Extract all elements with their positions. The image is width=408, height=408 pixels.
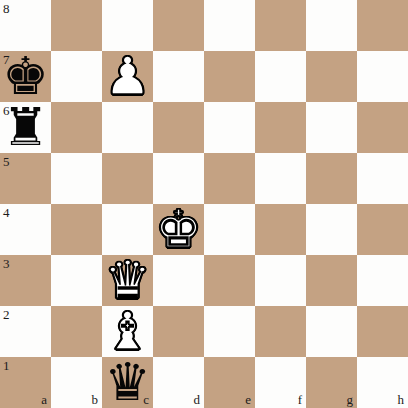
square-h2[interactable] [357,306,408,357]
square-h8[interactable] [357,0,408,51]
square-c4[interactable] [102,204,153,255]
square-d8[interactable] [153,0,204,51]
rank-label-4: 4 [3,206,10,219]
file-label-b: b [92,393,99,406]
square-f4[interactable] [255,204,306,255]
square-e1[interactable]: e [204,357,255,408]
square-e8[interactable] [204,0,255,51]
square-a8[interactable]: 8 [0,0,51,51]
rank-label-5: 5 [3,155,10,168]
square-f5[interactable] [255,153,306,204]
file-label-g: g [347,393,354,406]
square-d5[interactable] [153,153,204,204]
square-f1[interactable]: f [255,357,306,408]
square-f6[interactable] [255,102,306,153]
square-a2[interactable]: 2 [0,306,51,357]
white-bishop-c2[interactable]: ♝ [104,306,151,357]
square-d2[interactable] [153,306,204,357]
square-g7[interactable] [306,51,357,102]
square-g5[interactable] [306,153,357,204]
square-h6[interactable] [357,102,408,153]
chess-board: 87♚♟6♜54♚3♛2♝1abc♛defgh [0,0,408,408]
file-label-c: c [143,393,149,406]
square-d1[interactable]: d [153,357,204,408]
white-queen-c3[interactable]: ♛ [104,255,151,306]
square-h5[interactable] [357,153,408,204]
file-label-f: f [298,393,302,406]
square-d4[interactable]: ♚ [153,204,204,255]
square-h3[interactable] [357,255,408,306]
square-e5[interactable] [204,153,255,204]
square-c8[interactable] [102,0,153,51]
white-king-d4[interactable]: ♚ [155,204,202,255]
square-e4[interactable] [204,204,255,255]
rank-label-1: 1 [3,359,10,372]
rank-label-3: 3 [3,257,10,270]
square-c3[interactable]: ♛ [102,255,153,306]
square-b4[interactable] [51,204,102,255]
square-g4[interactable] [306,204,357,255]
square-g2[interactable] [306,306,357,357]
square-a1[interactable]: 1a [0,357,51,408]
square-g8[interactable] [306,0,357,51]
square-f8[interactable] [255,0,306,51]
square-d6[interactable] [153,102,204,153]
square-g3[interactable] [306,255,357,306]
square-b2[interactable] [51,306,102,357]
file-label-h: h [398,393,405,406]
square-e3[interactable] [204,255,255,306]
square-b5[interactable] [51,153,102,204]
square-d3[interactable] [153,255,204,306]
square-h4[interactable] [357,204,408,255]
square-d7[interactable] [153,51,204,102]
square-a4[interactable]: 4 [0,204,51,255]
square-f7[interactable] [255,51,306,102]
file-label-a: a [41,393,47,406]
rank-label-8: 8 [3,2,10,15]
square-h1[interactable]: h [357,357,408,408]
chess-board-container: 87♚♟6♜54♚3♛2♝1abc♛defgh [0,0,408,408]
rank-label-2: 2 [3,308,10,321]
file-label-e: e [245,393,251,406]
square-c6[interactable] [102,102,153,153]
rank-label-7: 7 [3,53,10,66]
square-f2[interactable] [255,306,306,357]
square-c7[interactable]: ♟ [102,51,153,102]
square-c1[interactable]: c♛ [102,357,153,408]
white-pawn-c7[interactable]: ♟ [104,51,151,102]
square-g6[interactable] [306,102,357,153]
square-c2[interactable]: ♝ [102,306,153,357]
rank-label-6: 6 [3,104,10,117]
square-f3[interactable] [255,255,306,306]
square-b6[interactable] [51,102,102,153]
square-a3[interactable]: 3 [0,255,51,306]
square-a6[interactable]: 6♜ [0,102,51,153]
square-b3[interactable] [51,255,102,306]
square-e7[interactable] [204,51,255,102]
square-e6[interactable] [204,102,255,153]
square-c5[interactable] [102,153,153,204]
square-a5[interactable]: 5 [0,153,51,204]
square-b1[interactable]: b [51,357,102,408]
square-a7[interactable]: 7♚ [0,51,51,102]
square-h7[interactable] [357,51,408,102]
square-g1[interactable]: g [306,357,357,408]
square-b8[interactable] [51,0,102,51]
square-b7[interactable] [51,51,102,102]
square-e2[interactable] [204,306,255,357]
file-label-d: d [194,393,201,406]
